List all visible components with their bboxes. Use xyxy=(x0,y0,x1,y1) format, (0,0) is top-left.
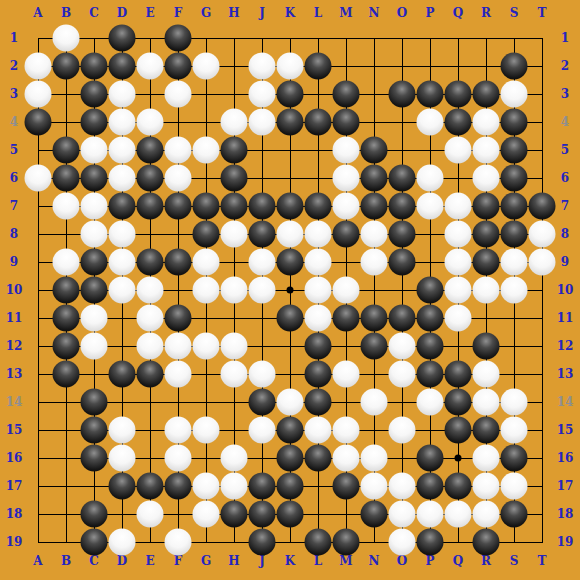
row-label-right-3: 3 xyxy=(554,86,576,102)
column-label-top-N: N xyxy=(363,5,385,21)
black-stone-D17 xyxy=(109,473,136,500)
white-stone-M13 xyxy=(333,361,360,388)
black-stone-J14 xyxy=(249,389,276,416)
black-stone-J7 xyxy=(249,193,276,220)
white-stone-D6 xyxy=(109,165,136,192)
black-stone-J17 xyxy=(249,473,276,500)
white-stone-D15 xyxy=(109,417,136,444)
column-label-top-R: R xyxy=(475,5,497,21)
white-stone-H13 xyxy=(221,361,248,388)
black-stone-K7 xyxy=(277,193,304,220)
white-stone-A3 xyxy=(25,81,52,108)
white-stone-O17 xyxy=(389,473,416,500)
white-stone-H10 xyxy=(221,277,248,304)
white-stone-R5 xyxy=(473,137,500,164)
white-stone-H12 xyxy=(221,333,248,360)
black-stone-C19 xyxy=(81,529,108,556)
white-stone-G5 xyxy=(193,137,220,164)
row-label-left-7: 7 xyxy=(3,198,25,214)
white-stone-K2 xyxy=(277,53,304,80)
row-label-left-8: 8 xyxy=(3,226,25,242)
white-stone-D9 xyxy=(109,249,136,276)
white-stone-N17 xyxy=(361,473,388,500)
black-stone-E9 xyxy=(137,249,164,276)
white-stone-F6 xyxy=(165,165,192,192)
black-stone-L19 xyxy=(305,529,332,556)
column-label-bottom-S: S xyxy=(503,553,525,569)
column-label-top-B: B xyxy=(55,5,77,21)
row-label-left-12: 12 xyxy=(3,338,25,354)
white-stone-G2 xyxy=(193,53,220,80)
row-label-right-1: 1 xyxy=(554,30,576,46)
column-label-top-L: L xyxy=(307,5,329,21)
black-stone-O8 xyxy=(389,221,416,248)
white-stone-F12 xyxy=(165,333,192,360)
black-stone-H7 xyxy=(221,193,248,220)
white-stone-D5 xyxy=(109,137,136,164)
white-stone-Q10 xyxy=(445,277,472,304)
white-stone-D3 xyxy=(109,81,136,108)
column-label-top-A: A xyxy=(27,5,49,21)
column-label-top-P: P xyxy=(419,5,441,21)
black-stone-C6 xyxy=(81,165,108,192)
black-stone-M4 xyxy=(333,109,360,136)
black-stone-L16 xyxy=(305,445,332,472)
black-stone-C2 xyxy=(81,53,108,80)
column-label-bottom-E: E xyxy=(139,553,161,569)
white-stone-G10 xyxy=(193,277,220,304)
white-stone-D19 xyxy=(109,529,136,556)
black-stone-G7 xyxy=(193,193,220,220)
white-stone-J4 xyxy=(249,109,276,136)
row-label-left-2: 2 xyxy=(3,58,25,74)
white-stone-B7 xyxy=(53,193,80,220)
black-stone-B13 xyxy=(53,361,80,388)
white-stone-S10 xyxy=(501,277,528,304)
black-stone-K3 xyxy=(277,81,304,108)
white-stone-A2 xyxy=(25,53,52,80)
white-stone-O15 xyxy=(389,417,416,444)
white-stone-L15 xyxy=(305,417,332,444)
column-label-bottom-G: G xyxy=(195,553,217,569)
row-label-right-12: 12 xyxy=(554,338,576,354)
row-label-right-6: 6 xyxy=(554,170,576,186)
black-stone-H5 xyxy=(221,137,248,164)
white-stone-S3 xyxy=(501,81,528,108)
white-stone-H16 xyxy=(221,445,248,472)
row-label-left-13: 13 xyxy=(3,366,25,382)
black-stone-L14 xyxy=(305,389,332,416)
black-stone-O11 xyxy=(389,305,416,332)
black-stone-N12 xyxy=(361,333,388,360)
column-label-bottom-N: N xyxy=(363,553,385,569)
black-stone-J18 xyxy=(249,501,276,528)
black-stone-K9 xyxy=(277,249,304,276)
black-stone-P3 xyxy=(417,81,444,108)
row-label-left-10: 10 xyxy=(3,282,25,298)
black-stone-C16 xyxy=(81,445,108,472)
black-stone-Q17 xyxy=(445,473,472,500)
white-stone-D16 xyxy=(109,445,136,472)
black-stone-R12 xyxy=(473,333,500,360)
white-stone-M7 xyxy=(333,193,360,220)
black-stone-E17 xyxy=(137,473,164,500)
black-stone-N11 xyxy=(361,305,388,332)
white-stone-J9 xyxy=(249,249,276,276)
white-stone-O19 xyxy=(389,529,416,556)
white-stone-C5 xyxy=(81,137,108,164)
white-stone-H4 xyxy=(221,109,248,136)
row-label-left-5: 5 xyxy=(3,142,25,158)
black-stone-L7 xyxy=(305,193,332,220)
row-label-right-15: 15 xyxy=(554,422,576,438)
black-stone-F1 xyxy=(165,25,192,52)
black-stone-Q3 xyxy=(445,81,472,108)
black-stone-M8 xyxy=(333,221,360,248)
row-label-left-15: 15 xyxy=(3,422,25,438)
row-label-right-19: 19 xyxy=(554,534,576,550)
row-label-right-10: 10 xyxy=(554,282,576,298)
black-stone-E5 xyxy=(137,137,164,164)
row-label-right-11: 11 xyxy=(554,310,576,326)
black-stone-P11 xyxy=(417,305,444,332)
black-stone-D2 xyxy=(109,53,136,80)
white-stone-P6 xyxy=(417,165,444,192)
black-stone-F17 xyxy=(165,473,192,500)
black-stone-A4 xyxy=(25,109,52,136)
white-stone-F13 xyxy=(165,361,192,388)
white-stone-Q9 xyxy=(445,249,472,276)
column-label-top-J: J xyxy=(251,5,273,21)
white-stone-M16 xyxy=(333,445,360,472)
black-stone-O6 xyxy=(389,165,416,192)
black-stone-L2 xyxy=(305,53,332,80)
row-label-right-8: 8 xyxy=(554,226,576,242)
column-label-top-E: E xyxy=(139,5,161,21)
black-stone-C10 xyxy=(81,277,108,304)
white-stone-M6 xyxy=(333,165,360,192)
row-label-right-14: 14 xyxy=(554,394,576,410)
black-stone-G8 xyxy=(193,221,220,248)
white-stone-E18 xyxy=(137,501,164,528)
black-stone-P10 xyxy=(417,277,444,304)
white-stone-F5 xyxy=(165,137,192,164)
white-stone-C7 xyxy=(81,193,108,220)
white-stone-N14 xyxy=(361,389,388,416)
white-stone-L10 xyxy=(305,277,332,304)
black-stone-E6 xyxy=(137,165,164,192)
black-stone-K15 xyxy=(277,417,304,444)
column-label-top-Q: Q xyxy=(447,5,469,21)
column-label-top-M: M xyxy=(335,5,357,21)
black-stone-Q4 xyxy=(445,109,472,136)
black-stone-C18 xyxy=(81,501,108,528)
white-stone-G9 xyxy=(193,249,220,276)
white-stone-R17 xyxy=(473,473,500,500)
row-label-right-5: 5 xyxy=(554,142,576,158)
black-stone-L12 xyxy=(305,333,332,360)
row-label-left-16: 16 xyxy=(3,450,25,466)
white-stone-E11 xyxy=(137,305,164,332)
black-stone-B6 xyxy=(53,165,80,192)
black-stone-F11 xyxy=(165,305,192,332)
black-stone-P12 xyxy=(417,333,444,360)
black-stone-L13 xyxy=(305,361,332,388)
black-stone-P13 xyxy=(417,361,444,388)
column-label-bottom-A: A xyxy=(27,553,49,569)
row-label-left-19: 19 xyxy=(3,534,25,550)
hoshi-point-K10 xyxy=(287,287,294,294)
black-stone-F7 xyxy=(165,193,192,220)
column-label-bottom-T: T xyxy=(531,553,553,569)
white-stone-F16 xyxy=(165,445,192,472)
black-stone-K11 xyxy=(277,305,304,332)
black-stone-P19 xyxy=(417,529,444,556)
row-label-right-4: 4 xyxy=(554,114,576,130)
column-label-top-T: T xyxy=(531,5,553,21)
row-label-left-18: 18 xyxy=(3,506,25,522)
black-stone-S4 xyxy=(501,109,528,136)
white-stone-C11 xyxy=(81,305,108,332)
column-label-bottom-K: K xyxy=(279,553,301,569)
white-stone-M10 xyxy=(333,277,360,304)
row-label-left-9: 9 xyxy=(3,254,25,270)
black-stone-N18 xyxy=(361,501,388,528)
white-stone-J13 xyxy=(249,361,276,388)
black-stone-E7 xyxy=(137,193,164,220)
white-stone-K8 xyxy=(277,221,304,248)
white-stone-G18 xyxy=(193,501,220,528)
white-stone-A6 xyxy=(25,165,52,192)
black-stone-K18 xyxy=(277,501,304,528)
white-stone-N16 xyxy=(361,445,388,472)
row-label-right-13: 13 xyxy=(554,366,576,382)
black-stone-O9 xyxy=(389,249,416,276)
black-stone-K17 xyxy=(277,473,304,500)
black-stone-C4 xyxy=(81,109,108,136)
white-stone-L8 xyxy=(305,221,332,248)
black-stone-C3 xyxy=(81,81,108,108)
row-label-left-14: 14 xyxy=(3,394,25,410)
row-label-right-2: 2 xyxy=(554,58,576,74)
white-stone-K14 xyxy=(277,389,304,416)
white-stone-T8 xyxy=(529,221,556,248)
white-stone-J3 xyxy=(249,81,276,108)
black-stone-R7 xyxy=(473,193,500,220)
black-stone-H6 xyxy=(221,165,248,192)
black-stone-S6 xyxy=(501,165,528,192)
white-stone-R6 xyxy=(473,165,500,192)
column-label-top-C: C xyxy=(83,5,105,21)
white-stone-P7 xyxy=(417,193,444,220)
black-stone-R3 xyxy=(473,81,500,108)
black-stone-C15 xyxy=(81,417,108,444)
white-stone-C8 xyxy=(81,221,108,248)
white-stone-P14 xyxy=(417,389,444,416)
white-stone-Q18 xyxy=(445,501,472,528)
column-label-top-H: H xyxy=(223,5,245,21)
black-stone-P17 xyxy=(417,473,444,500)
white-stone-H8 xyxy=(221,221,248,248)
white-stone-R4 xyxy=(473,109,500,136)
row-label-right-17: 17 xyxy=(554,478,576,494)
black-stone-Q13 xyxy=(445,361,472,388)
go-board-screenshot: AABBCCDDEEFFGGHHJJKKLLMMNNOOPPQQRRSSTT11… xyxy=(0,0,580,580)
white-stone-E10 xyxy=(137,277,164,304)
black-stone-K4 xyxy=(277,109,304,136)
hoshi-point-Q16 xyxy=(455,455,462,462)
column-label-bottom-Q: Q xyxy=(447,553,469,569)
white-stone-C12 xyxy=(81,333,108,360)
black-stone-F9 xyxy=(165,249,192,276)
row-label-right-7: 7 xyxy=(554,198,576,214)
black-stone-R15 xyxy=(473,417,500,444)
white-stone-P4 xyxy=(417,109,444,136)
black-stone-R9 xyxy=(473,249,500,276)
black-stone-S2 xyxy=(501,53,528,80)
white-stone-O12 xyxy=(389,333,416,360)
row-label-left-3: 3 xyxy=(3,86,25,102)
white-stone-M15 xyxy=(333,417,360,444)
black-stone-O7 xyxy=(389,193,416,220)
column-label-bottom-H: H xyxy=(223,553,245,569)
white-stone-D4 xyxy=(109,109,136,136)
black-stone-R8 xyxy=(473,221,500,248)
white-stone-B1 xyxy=(53,25,80,52)
black-stone-D7 xyxy=(109,193,136,220)
black-stone-T7 xyxy=(529,193,556,220)
black-stone-S18 xyxy=(501,501,528,528)
white-stone-S14 xyxy=(501,389,528,416)
row-label-left-1: 1 xyxy=(3,30,25,46)
white-stone-R14 xyxy=(473,389,500,416)
black-stone-M17 xyxy=(333,473,360,500)
white-stone-N8 xyxy=(361,221,388,248)
white-stone-O18 xyxy=(389,501,416,528)
white-stone-J15 xyxy=(249,417,276,444)
black-stone-B5 xyxy=(53,137,80,164)
black-stone-J19 xyxy=(249,529,276,556)
white-stone-M5 xyxy=(333,137,360,164)
white-stone-S15 xyxy=(501,417,528,444)
black-stone-D1 xyxy=(109,25,136,52)
white-stone-F19 xyxy=(165,529,192,556)
black-stone-S16 xyxy=(501,445,528,472)
white-stone-E12 xyxy=(137,333,164,360)
row-label-right-18: 18 xyxy=(554,506,576,522)
white-stone-R10 xyxy=(473,277,500,304)
white-stone-Q5 xyxy=(445,137,472,164)
column-label-top-F: F xyxy=(167,5,189,21)
white-stone-B9 xyxy=(53,249,80,276)
black-stone-S7 xyxy=(501,193,528,220)
black-stone-M3 xyxy=(333,81,360,108)
white-stone-Q7 xyxy=(445,193,472,220)
column-label-bottom-B: B xyxy=(55,553,77,569)
black-stone-S5 xyxy=(501,137,528,164)
white-stone-S9 xyxy=(501,249,528,276)
black-stone-B10 xyxy=(53,277,80,304)
white-stone-G15 xyxy=(193,417,220,444)
white-stone-H17 xyxy=(221,473,248,500)
white-stone-N9 xyxy=(361,249,388,276)
column-label-top-K: K xyxy=(279,5,301,21)
black-stone-K16 xyxy=(277,445,304,472)
black-stone-F2 xyxy=(165,53,192,80)
white-stone-Q8 xyxy=(445,221,472,248)
black-stone-B12 xyxy=(53,333,80,360)
white-stone-G17 xyxy=(193,473,220,500)
column-label-top-D: D xyxy=(111,5,133,21)
black-stone-H18 xyxy=(221,501,248,528)
white-stone-T9 xyxy=(529,249,556,276)
black-stone-B11 xyxy=(53,305,80,332)
white-stone-E4 xyxy=(137,109,164,136)
row-label-right-16: 16 xyxy=(554,450,576,466)
column-label-top-S: S xyxy=(503,5,525,21)
black-stone-N7 xyxy=(361,193,388,220)
white-stone-Q11 xyxy=(445,305,472,332)
black-stone-E13 xyxy=(137,361,164,388)
column-label-top-G: G xyxy=(195,5,217,21)
white-stone-R18 xyxy=(473,501,500,528)
white-stone-F15 xyxy=(165,417,192,444)
row-label-left-17: 17 xyxy=(3,478,25,494)
black-stone-Q15 xyxy=(445,417,472,444)
black-stone-M11 xyxy=(333,305,360,332)
white-stone-G12 xyxy=(193,333,220,360)
white-stone-J10 xyxy=(249,277,276,304)
black-stone-N5 xyxy=(361,137,388,164)
black-stone-D13 xyxy=(109,361,136,388)
black-stone-S8 xyxy=(501,221,528,248)
black-stone-R19 xyxy=(473,529,500,556)
row-label-left-6: 6 xyxy=(3,170,25,186)
white-stone-R13 xyxy=(473,361,500,388)
black-stone-O3 xyxy=(389,81,416,108)
white-stone-E2 xyxy=(137,53,164,80)
black-stone-Q14 xyxy=(445,389,472,416)
white-stone-J2 xyxy=(249,53,276,80)
white-stone-S17 xyxy=(501,473,528,500)
black-stone-B2 xyxy=(53,53,80,80)
black-stone-L4 xyxy=(305,109,332,136)
white-stone-R16 xyxy=(473,445,500,472)
black-stone-P16 xyxy=(417,445,444,472)
row-label-left-4: 4 xyxy=(3,114,25,130)
white-stone-D8 xyxy=(109,221,136,248)
white-stone-F3 xyxy=(165,81,192,108)
white-stone-L11 xyxy=(305,305,332,332)
white-stone-L9 xyxy=(305,249,332,276)
black-stone-C14 xyxy=(81,389,108,416)
black-stone-C9 xyxy=(81,249,108,276)
white-stone-D10 xyxy=(109,277,136,304)
black-stone-J8 xyxy=(249,221,276,248)
white-stone-O13 xyxy=(389,361,416,388)
black-stone-N6 xyxy=(361,165,388,192)
black-stone-M19 xyxy=(333,529,360,556)
row-label-left-11: 11 xyxy=(3,310,25,326)
row-label-right-9: 9 xyxy=(554,254,576,270)
white-stone-P18 xyxy=(417,501,444,528)
column-label-top-O: O xyxy=(391,5,413,21)
